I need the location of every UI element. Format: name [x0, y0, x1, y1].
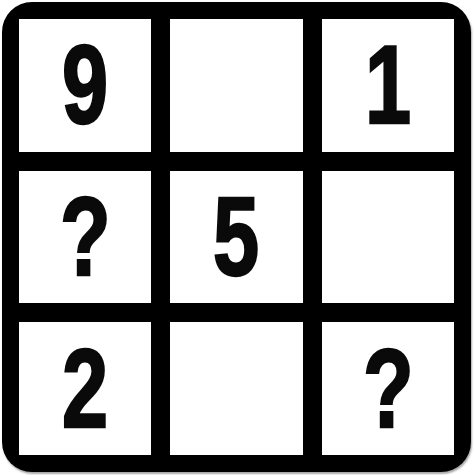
- cell-value: 1: [365, 29, 411, 141]
- cell-r2c2[interactable]: 5: [170, 171, 302, 304]
- puzzle-board: 9 1 ? 5 2 ?: [2, 2, 471, 472]
- cell-value: ?: [363, 333, 414, 445]
- cell-r2c3[interactable]: [322, 171, 454, 304]
- cell-r1c3[interactable]: 1: [322, 19, 454, 152]
- cell-r2c1[interactable]: ?: [19, 171, 151, 304]
- cell-r3c2[interactable]: [170, 322, 302, 455]
- cell-r3c1[interactable]: 2: [19, 322, 151, 455]
- cell-value: 9: [62, 29, 108, 141]
- cell-value: 2: [62, 333, 108, 445]
- puzzle-grid: 9 1 ? 5 2 ?: [2, 2, 471, 472]
- cell-value: ?: [60, 181, 111, 293]
- cell-r3c3[interactable]: ?: [322, 322, 454, 455]
- cell-value: 5: [213, 181, 259, 293]
- cell-r1c2[interactable]: [170, 19, 302, 152]
- cell-r1c1[interactable]: 9: [19, 19, 151, 152]
